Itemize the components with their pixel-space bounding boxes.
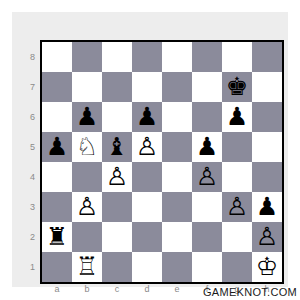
- square-c4[interactable]: ♙: [102, 162, 132, 192]
- square-f8[interactable]: [192, 42, 222, 72]
- square-b1[interactable]: ♖: [72, 252, 102, 282]
- gameknot-watermark: GAMEKNOT.COM: [0, 286, 297, 298]
- rank-label-7: 7: [24, 72, 41, 102]
- square-e6[interactable]: [162, 102, 192, 132]
- square-g2[interactable]: [222, 222, 252, 252]
- square-e2[interactable]: [162, 222, 192, 252]
- square-a2[interactable]: ♜: [42, 222, 72, 252]
- square-b2[interactable]: [72, 222, 102, 252]
- square-d7[interactable]: [132, 72, 162, 102]
- square-a5[interactable]: ♟: [42, 132, 72, 162]
- square-b7[interactable]: [72, 72, 102, 102]
- square-b4[interactable]: [72, 162, 102, 192]
- square-g7[interactable]: ♚: [222, 72, 252, 102]
- rank-label-2: 2: [24, 222, 41, 252]
- square-f7[interactable]: [192, 72, 222, 102]
- square-h6[interactable]: [252, 102, 282, 132]
- square-a1[interactable]: [42, 252, 72, 282]
- square-h7[interactable]: [252, 72, 282, 102]
- rank-label-6: 6: [24, 102, 41, 132]
- square-c7[interactable]: [102, 72, 132, 102]
- square-c8[interactable]: [102, 42, 132, 72]
- square-a8[interactable]: [42, 42, 72, 72]
- square-h3[interactable]: ♟: [252, 192, 282, 222]
- square-c1[interactable]: [102, 252, 132, 282]
- square-g6[interactable]: ♟: [222, 102, 252, 132]
- square-f4[interactable]: ♙: [192, 162, 222, 192]
- white-king[interactable]: ♔: [252, 252, 282, 282]
- black-king[interactable]: ♚: [222, 72, 252, 102]
- black-pawn[interactable]: ♟: [222, 102, 252, 132]
- square-e4[interactable]: [162, 162, 192, 192]
- square-g4[interactable]: [222, 162, 252, 192]
- black-bishop[interactable]: ♝: [102, 132, 132, 162]
- black-pawn[interactable]: ♟: [192, 132, 222, 162]
- square-e7[interactable]: [162, 72, 192, 102]
- square-c2[interactable]: [102, 222, 132, 252]
- square-d8[interactable]: [132, 42, 162, 72]
- black-pawn[interactable]: ♟: [42, 132, 72, 162]
- square-g1[interactable]: [222, 252, 252, 282]
- square-h5[interactable]: [252, 132, 282, 162]
- square-f5[interactable]: ♟: [192, 132, 222, 162]
- square-h2[interactable]: ♙: [252, 222, 282, 252]
- square-h4[interactable]: [252, 162, 282, 192]
- square-d1[interactable]: [132, 252, 162, 282]
- square-h8[interactable]: [252, 42, 282, 72]
- square-a3[interactable]: [42, 192, 72, 222]
- white-pawn[interactable]: ♙: [252, 222, 282, 252]
- square-b5[interactable]: ♘: [72, 132, 102, 162]
- square-f3[interactable]: [192, 192, 222, 222]
- square-b6[interactable]: ♟: [72, 102, 102, 132]
- square-e3[interactable]: [162, 192, 192, 222]
- square-d5[interactable]: ♙: [132, 132, 162, 162]
- black-rook[interactable]: ♜: [42, 222, 72, 252]
- square-c3[interactable]: [102, 192, 132, 222]
- white-pawn[interactable]: ♙: [192, 162, 222, 192]
- square-c6[interactable]: [102, 102, 132, 132]
- chess-board: ♚♟♟♟♟♘♝♙♟♙♙♙♙♟♜♙♖♔: [42, 42, 282, 282]
- white-pawn[interactable]: ♙: [72, 192, 102, 222]
- square-e5[interactable]: [162, 132, 192, 162]
- white-pawn[interactable]: ♙: [222, 192, 252, 222]
- square-f6[interactable]: [192, 102, 222, 132]
- square-d2[interactable]: [132, 222, 162, 252]
- square-a7[interactable]: [42, 72, 72, 102]
- rank-label-5: 5: [24, 132, 41, 162]
- square-g8[interactable]: [222, 42, 252, 72]
- square-h1[interactable]: ♔: [252, 252, 282, 282]
- rank-label-3: 3: [24, 192, 41, 222]
- rank-label-4: 4: [24, 162, 41, 192]
- rank-labels: 87654321: [24, 42, 41, 282]
- rank-label-1: 1: [24, 252, 41, 282]
- diagram-panel: 87654321 ♚♟♟♟♟♘♝♙♟♙♙♙♙♟♜♙♖♔ abcdefgh: [12, 12, 288, 287]
- square-d4[interactable]: [132, 162, 162, 192]
- square-e1[interactable]: [162, 252, 192, 282]
- square-d3[interactable]: [132, 192, 162, 222]
- black-pawn[interactable]: ♟: [132, 102, 162, 132]
- white-knight[interactable]: ♘: [72, 132, 102, 162]
- square-c5[interactable]: ♝: [102, 132, 132, 162]
- square-d6[interactable]: ♟: [132, 102, 162, 132]
- rank-label-8: 8: [24, 42, 41, 72]
- square-b3[interactable]: ♙: [72, 192, 102, 222]
- square-f2[interactable]: [192, 222, 222, 252]
- black-pawn[interactable]: ♟: [72, 102, 102, 132]
- square-g3[interactable]: ♙: [222, 192, 252, 222]
- square-e8[interactable]: [162, 42, 192, 72]
- square-f1[interactable]: [192, 252, 222, 282]
- square-b8[interactable]: [72, 42, 102, 72]
- white-rook[interactable]: ♖: [72, 252, 102, 282]
- board-frame: ♚♟♟♟♟♘♝♙♟♙♙♙♙♟♜♙♖♔: [40, 40, 284, 284]
- square-a4[interactable]: [42, 162, 72, 192]
- black-pawn[interactable]: ♟: [252, 192, 282, 222]
- white-pawn[interactable]: ♙: [132, 132, 162, 162]
- square-a6[interactable]: [42, 102, 72, 132]
- white-pawn[interactable]: ♙: [102, 162, 132, 192]
- square-g5[interactable]: [222, 132, 252, 162]
